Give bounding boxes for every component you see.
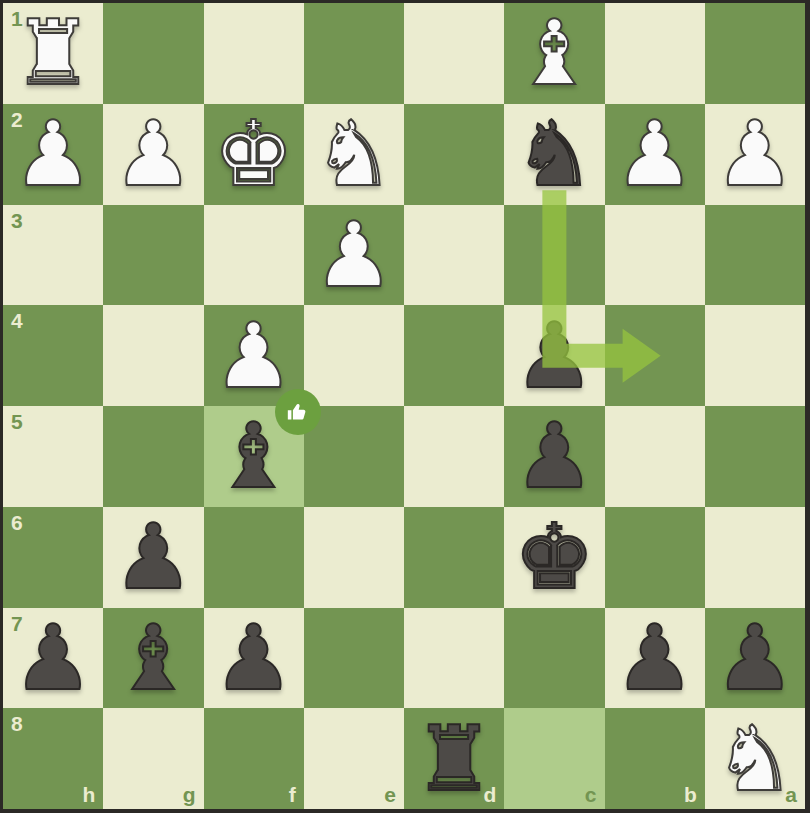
square-f3[interactable] <box>204 205 304 306</box>
white-pawn[interactable]: ♟ <box>3 104 103 205</box>
square-h2[interactable]: 2♟ <box>3 104 103 205</box>
square-b3[interactable] <box>605 205 705 306</box>
square-g4[interactable] <box>103 305 203 406</box>
square-e3[interactable]: ♟ <box>304 205 404 306</box>
white-king[interactable]: ♚ <box>204 104 304 205</box>
white-bishop[interactable]: ♝ <box>504 3 604 104</box>
black-pawn[interactable]: ♟ <box>504 305 604 406</box>
square-a2[interactable]: ♟ <box>705 104 805 205</box>
white-rook[interactable]: ♜ <box>3 3 103 104</box>
rank-label-3: 3 <box>11 210 23 231</box>
square-d4[interactable] <box>404 305 504 406</box>
square-d2[interactable] <box>404 104 504 205</box>
square-b4[interactable] <box>605 305 705 406</box>
square-f7[interactable]: ♟ <box>204 608 304 709</box>
white-knight[interactable]: ♞ <box>304 104 404 205</box>
white-pawn[interactable]: ♟ <box>103 104 203 205</box>
square-g8[interactable]: g <box>103 708 203 809</box>
square-a4[interactable] <box>705 305 805 406</box>
square-h5[interactable]: 5 <box>3 406 103 507</box>
square-d3[interactable] <box>404 205 504 306</box>
square-c4[interactable]: ♟ <box>504 305 604 406</box>
square-h8[interactable]: 8h <box>3 708 103 809</box>
file-label-c: c <box>585 784 597 805</box>
black-pawn[interactable]: ♟ <box>204 608 304 709</box>
white-pawn[interactable]: ♟ <box>705 104 805 205</box>
square-d8[interactable]: d♜ <box>404 708 504 809</box>
black-pawn[interactable]: ♟ <box>3 608 103 709</box>
square-e8[interactable]: e <box>304 708 404 809</box>
square-g5[interactable] <box>103 406 203 507</box>
square-f2[interactable]: ♚ <box>204 104 304 205</box>
square-g7[interactable]: ♝ <box>103 608 203 709</box>
square-b5[interactable] <box>605 406 705 507</box>
square-c5[interactable]: ♟ <box>504 406 604 507</box>
square-g3[interactable] <box>103 205 203 306</box>
square-e4[interactable] <box>304 305 404 406</box>
black-bishop[interactable]: ♝ <box>103 608 203 709</box>
square-c7[interactable] <box>504 608 604 709</box>
square-c1[interactable]: ♝ <box>504 3 604 104</box>
white-pawn[interactable]: ♟ <box>204 305 304 406</box>
square-h4[interactable]: 4 <box>3 305 103 406</box>
square-c8[interactable]: c <box>504 708 604 809</box>
rank-label-8: 8 <box>11 713 23 734</box>
square-a6[interactable] <box>705 507 805 608</box>
square-e1[interactable] <box>304 3 404 104</box>
square-e2[interactable]: ♞ <box>304 104 404 205</box>
black-pawn[interactable]: ♟ <box>504 406 604 507</box>
square-h6[interactable]: 6 <box>3 507 103 608</box>
square-f6[interactable] <box>204 507 304 608</box>
square-b7[interactable]: ♟ <box>605 608 705 709</box>
rank-label-4: 4 <box>11 310 23 331</box>
square-d7[interactable] <box>404 608 504 709</box>
square-a5[interactable] <box>705 406 805 507</box>
square-e5[interactable] <box>304 406 404 507</box>
square-d5[interactable] <box>404 406 504 507</box>
square-b1[interactable] <box>605 3 705 104</box>
white-knight[interactable]: ♞ <box>705 708 805 809</box>
square-g2[interactable]: ♟ <box>103 104 203 205</box>
square-e6[interactable] <box>304 507 404 608</box>
square-b6[interactable] <box>605 507 705 608</box>
square-d1[interactable] <box>404 3 504 104</box>
square-f1[interactable] <box>204 3 304 104</box>
file-label-b: b <box>684 784 697 805</box>
white-pawn[interactable]: ♟ <box>304 205 404 306</box>
square-a8[interactable]: a♞ <box>705 708 805 809</box>
square-b2[interactable]: ♟ <box>605 104 705 205</box>
square-f5[interactable]: ♝ <box>204 406 304 507</box>
square-f8[interactable]: f <box>204 708 304 809</box>
black-king[interactable]: ♚ <box>504 507 604 608</box>
chess-board[interactable]: 1♜♝2♟♟♚♞♞♟♟3♟4♟♟5♝♟6♟♚7♟♝♟♟♟8hgfed♜cba♞ <box>3 3 805 809</box>
square-c3[interactable] <box>504 205 604 306</box>
square-g1[interactable] <box>103 3 203 104</box>
file-label-g: g <box>183 784 196 805</box>
square-a7[interactable]: ♟ <box>705 608 805 709</box>
square-b8[interactable]: b <box>605 708 705 809</box>
black-pawn[interactable]: ♟ <box>705 608 805 709</box>
square-h3[interactable]: 3 <box>3 205 103 306</box>
file-label-h: h <box>82 784 95 805</box>
square-f4[interactable]: ♟ <box>204 305 304 406</box>
file-label-f: f <box>289 784 296 805</box>
square-c2[interactable]: ♞ <box>504 104 604 205</box>
square-e7[interactable] <box>304 608 404 709</box>
rank-label-6: 6 <box>11 512 23 533</box>
square-g6[interactable]: ♟ <box>103 507 203 608</box>
white-pawn[interactable]: ♟ <box>605 104 705 205</box>
black-rook[interactable]: ♜ <box>404 708 504 809</box>
rank-label-5: 5 <box>11 411 23 432</box>
black-pawn[interactable]: ♟ <box>605 608 705 709</box>
black-knight[interactable]: ♞ <box>504 104 604 205</box>
square-a1[interactable] <box>705 3 805 104</box>
file-label-e: e <box>384 784 396 805</box>
square-h7[interactable]: 7♟ <box>3 608 103 709</box>
black-pawn[interactable]: ♟ <box>103 507 203 608</box>
black-bishop[interactable]: ♝ <box>204 406 304 507</box>
square-d6[interactable] <box>404 507 504 608</box>
square-h1[interactable]: 1♜ <box>3 3 103 104</box>
square-a3[interactable] <box>705 205 805 306</box>
square-c6[interactable]: ♚ <box>504 507 604 608</box>
